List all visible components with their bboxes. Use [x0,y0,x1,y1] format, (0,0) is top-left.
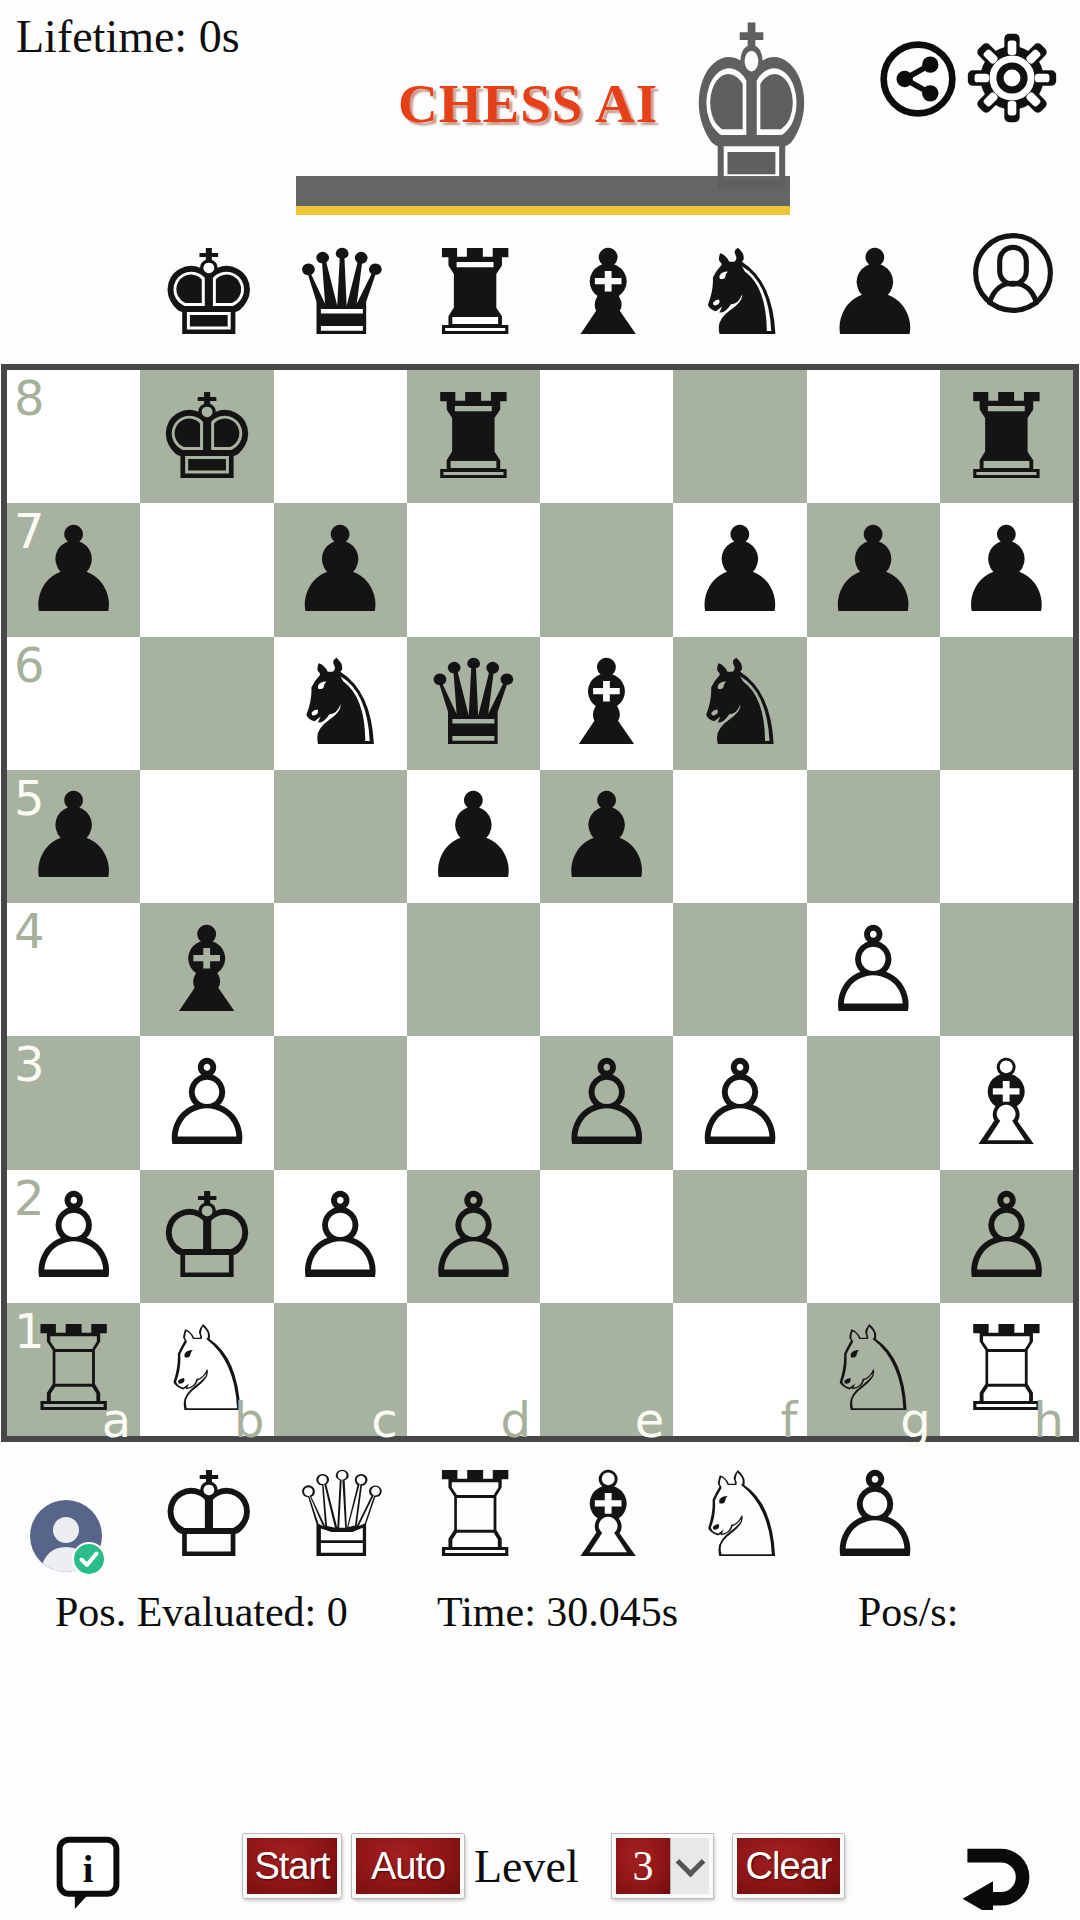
file-label-f: f [781,1396,798,1444]
piece-black-rook-d8: ♜ [420,378,526,496]
square-h1[interactable]: h♖ [940,1303,1073,1436]
piece-black-pawn-h7: ♟ [953,511,1059,629]
square-f6[interactable]: ♞ [673,637,806,770]
app-title: CHESS AI [398,72,658,135]
square-d6[interactable]: ♛ [407,637,540,770]
square-b8[interactable]: ♚ [140,370,273,503]
square-a1[interactable]: 1a♖ [7,1303,140,1436]
square-e1[interactable]: e [540,1303,673,1436]
palette-black-queen[interactable]: ♛ [275,228,408,358]
square-c4[interactable] [274,903,407,1036]
square-c5[interactable] [274,770,407,903]
piece-black-pawn-g7: ♟ [820,511,926,629]
square-f7[interactable]: ♟ [673,503,806,636]
chess-ai-app: Lifetime: 0s CHESS AI ♚ [0,0,1080,1920]
piece-black-bishop-e6: ♝ [554,644,660,762]
square-f2[interactable] [673,1170,806,1303]
rank-label-7: 7 [14,507,45,555]
king-logo-icon: ♚ [684,6,819,214]
piece-white-pawn-f3: ♙ [687,1044,793,1162]
piece-black-queen-d6: ♛ [420,644,526,762]
palette-black-rook[interactable]: ♜ [409,228,542,358]
level-select[interactable]: 3 [612,1834,713,1898]
square-g4[interactable]: ♙ [807,903,940,1036]
square-d3[interactable] [407,1036,540,1169]
piece-black-pawn-c7: ♟ [287,511,393,629]
square-f3[interactable]: ♙ [673,1036,806,1169]
palette-white-knight[interactable]: ♘ [675,1450,808,1580]
file-label-a: a [102,1396,131,1444]
square-b7[interactable] [140,503,273,636]
info-bubble-icon[interactable]: i [55,1834,121,1910]
square-g5[interactable] [807,770,940,903]
palette-white-queen[interactable]: ♕ [275,1450,408,1580]
square-h4[interactable] [940,903,1073,1036]
gear-icon[interactable] [964,30,1060,126]
square-h8[interactable]: ♜ [940,370,1073,503]
square-a4[interactable]: 4 [7,903,140,1036]
square-e7[interactable] [540,503,673,636]
piece-black-pawn-f7: ♟ [687,511,793,629]
file-label-h: h [1034,1396,1064,1444]
piece-white-pawn-b3: ♙ [154,1044,260,1162]
black-piece-palette: ♚♛♜♝♞♟ [142,228,942,358]
white-piece-palette: ♔♕♖♗♘♙ [142,1450,942,1580]
clear-button[interactable]: Clear [733,1834,844,1898]
square-d8[interactable]: ♜ [407,370,540,503]
rank-label-8: 8 [14,374,45,422]
square-d7[interactable] [407,503,540,636]
check-badge-icon [72,1542,106,1576]
palette-white-pawn[interactable]: ♙ [808,1450,941,1580]
square-a3[interactable]: 3 [7,1036,140,1169]
piece-white-pawn-e3: ♙ [554,1044,660,1162]
palette-white-rook[interactable]: ♖ [409,1450,542,1580]
square-e2[interactable] [540,1170,673,1303]
piece-white-pawn-g4: ♙ [820,911,926,1029]
palette-white-king[interactable]: ♔ [142,1450,275,1580]
svg-text:i: i [83,1848,94,1890]
palette-white-bishop[interactable]: ♗ [542,1450,675,1580]
level-select-value: 3 [616,1838,670,1894]
piece-black-knight-c6: ♞ [287,644,393,762]
piece-black-knight-f6: ♞ [687,644,793,762]
palette-black-king[interactable]: ♚ [142,228,275,358]
square-b6[interactable] [140,637,273,770]
square-c3[interactable] [274,1036,407,1169]
square-f1[interactable]: f [673,1303,806,1436]
piece-black-pawn-d5: ♟ [420,777,526,895]
square-d1[interactable]: d [407,1303,540,1436]
square-c7[interactable]: ♟ [274,503,407,636]
piece-black-bishop-b4: ♝ [154,911,260,1029]
rank-label-5: 5 [14,774,45,822]
square-c1[interactable]: c [274,1303,407,1436]
square-f4[interactable] [673,903,806,1036]
piece-white-bishop-h3: ♗ [953,1044,1059,1162]
square-e3[interactable]: ♙ [540,1036,673,1169]
file-label-c: c [371,1396,397,1444]
piece-white-pawn-c2: ♙ [287,1177,393,1295]
file-label-g: g [900,1396,930,1444]
square-g6[interactable] [807,637,940,770]
square-a2[interactable]: 2♙ [7,1170,140,1303]
piece-black-pawn-e5: ♟ [554,777,660,895]
square-d4[interactable] [407,903,540,1036]
square-c8[interactable] [274,370,407,503]
palette-black-pawn[interactable]: ♟ [808,228,941,358]
square-a5[interactable]: 5♟ [7,770,140,903]
chevron-down-icon [670,1838,709,1894]
palette-black-knight[interactable]: ♞ [675,228,808,358]
player-avatar[interactable] [30,1500,102,1572]
square-d5[interactable]: ♟ [407,770,540,903]
square-a7[interactable]: 7♟ [7,503,140,636]
rank-label-6: 6 [14,641,45,689]
square-e5[interactable]: ♟ [540,770,673,903]
piece-white-king-b2: ♔ [154,1177,260,1295]
lifetime-counter: Lifetime: 0s [16,10,240,63]
square-h7[interactable]: ♟ [940,503,1073,636]
rank-label-1: 1 [14,1307,45,1355]
share-icon[interactable] [877,38,959,120]
square-g3[interactable] [807,1036,940,1169]
rank-label-2: 2 [14,1174,45,1222]
square-a8[interactable]: 8 [7,370,140,503]
square-g8[interactable] [807,370,940,503]
square-b4[interactable]: ♝ [140,903,273,1036]
palette-black-bishop[interactable]: ♝ [542,228,675,358]
board: 8♚♜♜7♟♟♟♟♟6♞♛♝♞5♟♟♟4♝♙3♙♙♙♗2♙♔♙♙♙1a♖b♘cd… [1,364,1079,1442]
start-button[interactable]: Start [243,1834,341,1898]
piece-black-rook-h8: ♜ [953,378,1059,496]
square-a6[interactable]: 6 [7,637,140,770]
piece-white-pawn-d2: ♙ [420,1177,526,1295]
square-g2[interactable] [807,1170,940,1303]
piece-white-pawn-h2: ♙ [953,1177,1059,1295]
rank-label-3: 3 [14,1040,45,1088]
square-e8[interactable] [540,370,673,503]
level-label: Level [474,1840,579,1893]
square-g7[interactable]: ♟ [807,503,940,636]
piece-black-king-b8: ♚ [154,378,260,496]
square-c6[interactable]: ♞ [274,637,407,770]
square-h3[interactable]: ♗ [940,1036,1073,1169]
square-e4[interactable] [540,903,673,1036]
file-label-d: d [501,1396,531,1444]
file-label-e: e [635,1396,665,1444]
square-f5[interactable] [673,770,806,903]
time-counter: Time: 30.045s [437,1588,678,1636]
square-h2[interactable]: ♙ [940,1170,1073,1303]
square-h5[interactable] [940,770,1073,903]
rank-label-4: 4 [14,907,45,955]
auto-button[interactable]: Auto [352,1834,464,1898]
square-c2[interactable]: ♙ [274,1170,407,1303]
square-b3[interactable]: ♙ [140,1036,273,1169]
square-e6[interactable]: ♝ [540,637,673,770]
positions-evaluated: Pos. Evaluated: 0 [55,1588,348,1636]
square-f8[interactable] [673,370,806,503]
person-icon[interactable] [970,230,1056,316]
square-d2[interactable]: ♙ [407,1170,540,1303]
square-b2[interactable]: ♔ [140,1170,273,1303]
square-g1[interactable]: g♘ [807,1303,940,1436]
square-b5[interactable] [140,770,273,903]
undo-arrow-icon[interactable] [952,1830,1034,1910]
positions-per-second: Pos/s: [858,1588,958,1636]
file-label-b: b [234,1396,264,1444]
square-h6[interactable] [940,637,1073,770]
square-b1[interactable]: b♘ [140,1303,273,1436]
